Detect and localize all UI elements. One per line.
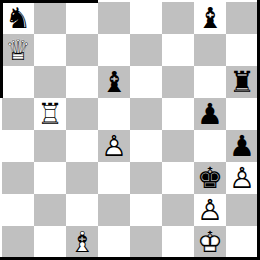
square-c3[interactable] [66, 162, 98, 194]
square-e5[interactable] [130, 98, 162, 130]
square-g6[interactable] [194, 66, 226, 98]
square-a5[interactable] [2, 98, 34, 130]
square-h6[interactable]: ♜ [226, 66, 258, 98]
square-b7[interactable] [34, 34, 66, 66]
square-f1[interactable] [162, 226, 194, 258]
board-frame-right [257, 0, 260, 260]
black-pawn-glyph: ♟ [194, 98, 226, 130]
square-c7[interactable] [66, 34, 98, 66]
white-rook-outline-glyph: ♖ [34, 98, 66, 130]
square-g8[interactable]: ♝ [194, 2, 226, 34]
square-g7[interactable] [194, 34, 226, 66]
square-c4[interactable] [66, 130, 98, 162]
square-e6[interactable] [130, 66, 162, 98]
square-d3[interactable] [98, 162, 130, 194]
square-h7[interactable] [226, 34, 258, 66]
square-h3[interactable]: ♟♙ [226, 162, 258, 194]
square-a3[interactable] [2, 162, 34, 194]
piece-black-pawn-g5[interactable]: ♟ [194, 98, 226, 130]
square-c6[interactable] [66, 66, 98, 98]
square-h2[interactable] [226, 194, 258, 226]
square-g3[interactable]: ♚ [194, 162, 226, 194]
square-b2[interactable] [34, 194, 66, 226]
piece-white-queen-a7[interactable]: ♛♕ [2, 34, 34, 66]
square-c1[interactable]: ♝♗ [66, 226, 98, 258]
square-c2[interactable] [66, 194, 98, 226]
black-bishop-glyph: ♝ [194, 2, 226, 34]
square-e7[interactable] [130, 34, 162, 66]
piece-black-pawn-h4[interactable]: ♟ [226, 130, 258, 162]
square-f4[interactable] [162, 130, 194, 162]
square-d2[interactable] [98, 194, 130, 226]
square-a2[interactable] [2, 194, 34, 226]
square-e2[interactable] [130, 194, 162, 226]
square-e8[interactable] [130, 2, 162, 34]
piece-white-king-g1[interactable]: ♚♔ [194, 226, 226, 258]
piece-black-knight-a8[interactable]: ♞ [2, 2, 34, 34]
white-queen-outline-glyph: ♕ [2, 34, 34, 66]
piece-white-rook-b5[interactable]: ♜♖ [34, 98, 66, 130]
piece-white-bishop-c1[interactable]: ♝♗ [66, 226, 98, 258]
square-e3[interactable] [130, 162, 162, 194]
square-d7[interactable] [98, 34, 130, 66]
board-frame-left [0, 0, 3, 98]
square-f7[interactable] [162, 34, 194, 66]
square-g5[interactable]: ♟ [194, 98, 226, 130]
black-bishop-glyph: ♝ [98, 66, 130, 98]
square-b3[interactable] [34, 162, 66, 194]
square-d8[interactable] [98, 2, 130, 34]
square-f6[interactable] [162, 66, 194, 98]
square-h5[interactable] [226, 98, 258, 130]
square-e1[interactable] [130, 226, 162, 258]
square-c5[interactable] [66, 98, 98, 130]
square-a7[interactable]: ♛♕ [2, 34, 34, 66]
black-king-glyph: ♚ [194, 162, 226, 194]
square-b6[interactable] [34, 66, 66, 98]
square-d1[interactable] [98, 226, 130, 258]
piece-black-bishop-d6[interactable]: ♝ [98, 66, 130, 98]
piece-white-pawn-g2[interactable]: ♟♙ [194, 194, 226, 226]
chess-board: ♞♝♛♕♝♜♜♖♟♟♙♟♚♟♙♟♙♝♗♚♔ [2, 2, 258, 258]
square-h1[interactable] [226, 226, 258, 258]
piece-black-bishop-g8[interactable]: ♝ [194, 2, 226, 34]
white-bishop-outline-glyph: ♗ [66, 226, 98, 258]
square-d5[interactable] [98, 98, 130, 130]
square-a8[interactable]: ♞ [2, 2, 34, 34]
board-frame-top [0, 0, 98, 3]
piece-white-pawn-h3[interactable]: ♟♙ [226, 162, 258, 194]
square-a4[interactable] [2, 130, 34, 162]
square-d4[interactable]: ♟♙ [98, 130, 130, 162]
piece-black-rook-h6[interactable]: ♜ [226, 66, 258, 98]
square-d6[interactable]: ♝ [98, 66, 130, 98]
square-f2[interactable] [162, 194, 194, 226]
square-f3[interactable] [162, 162, 194, 194]
square-g1[interactable]: ♚♔ [194, 226, 226, 258]
piece-black-king-g3[interactable]: ♚ [194, 162, 226, 194]
square-h8[interactable] [226, 2, 258, 34]
piece-white-pawn-d4[interactable]: ♟♙ [98, 130, 130, 162]
square-a1[interactable] [2, 226, 34, 258]
white-king-outline-glyph: ♔ [194, 226, 226, 258]
square-a6[interactable] [2, 66, 34, 98]
square-f5[interactable] [162, 98, 194, 130]
square-h4[interactable]: ♟ [226, 130, 258, 162]
white-pawn-outline-glyph: ♙ [194, 194, 226, 226]
square-e4[interactable] [130, 130, 162, 162]
square-b4[interactable] [34, 130, 66, 162]
white-pawn-outline-glyph: ♙ [98, 130, 130, 162]
square-f8[interactable] [162, 2, 194, 34]
square-b8[interactable] [34, 2, 66, 34]
square-b1[interactable] [34, 226, 66, 258]
square-g4[interactable] [194, 130, 226, 162]
white-pawn-outline-glyph: ♙ [226, 162, 258, 194]
square-b5[interactable]: ♜♖ [34, 98, 66, 130]
square-c8[interactable] [66, 2, 98, 34]
chess-diagram: ♞♝♛♕♝♜♜♖♟♟♙♟♚♟♙♟♙♝♗♚♔ [0, 0, 260, 260]
square-g2[interactable]: ♟♙ [194, 194, 226, 226]
black-knight-glyph: ♞ [2, 2, 34, 34]
black-pawn-glyph: ♟ [226, 130, 258, 162]
black-rook-glyph: ♜ [226, 66, 258, 98]
